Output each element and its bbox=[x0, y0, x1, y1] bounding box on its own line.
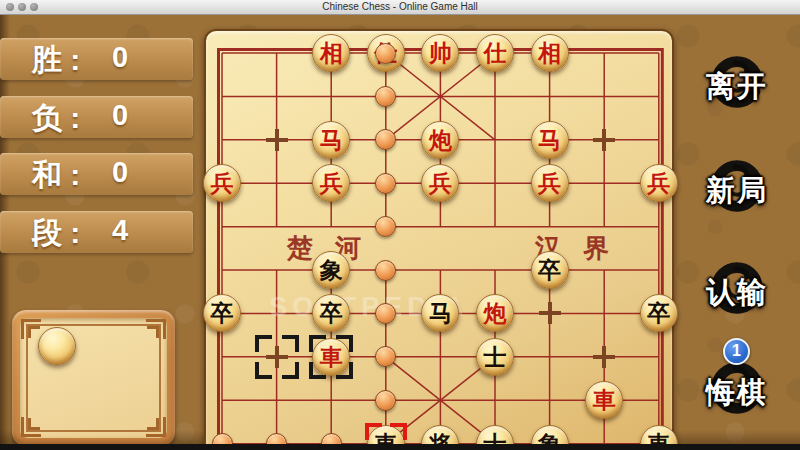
stat-label: 和 : bbox=[32, 155, 80, 196]
tray-corner-fret-icon bbox=[146, 417, 166, 437]
captured-piece-undefined bbox=[38, 327, 76, 365]
xiangqi-board: 楚河 汉界 SOFTPEDIA 相仕帅仕相马炮马兵兵兵兵兵象卒卒卒马炮卒車士車車… bbox=[204, 29, 674, 450]
last-move-marker bbox=[255, 335, 299, 379]
xiangqi-piece-red-相[interactable]: 相 bbox=[312, 34, 350, 72]
undo-count-badge: 1 bbox=[723, 338, 750, 365]
position-marker bbox=[591, 344, 617, 370]
leave-button[interactable]: 离开 bbox=[677, 42, 797, 122]
tray-corner-fret-icon bbox=[146, 319, 166, 339]
stat-row-负: 负 :0 bbox=[0, 96, 193, 138]
xiangqi-piece-red-兵[interactable]: 兵 bbox=[203, 164, 241, 202]
tray-corner-fret-icon bbox=[21, 417, 41, 437]
side-button-label: 认输 bbox=[677, 273, 797, 313]
window-titlebar: Chinese Chess - Online Game Hall bbox=[0, 0, 800, 15]
undo-button[interactable]: 悔棋1 bbox=[677, 348, 797, 428]
stat-row-和: 和 :0 bbox=[0, 153, 193, 195]
xiangqi-piece-black-士[interactable]: 士 bbox=[476, 338, 514, 376]
position-marker bbox=[537, 300, 563, 326]
stat-value: 4 bbox=[98, 214, 142, 247]
side-button-label: 离开 bbox=[677, 67, 797, 107]
stat-value: 0 bbox=[98, 99, 142, 132]
stat-label: 胜 : bbox=[32, 40, 80, 81]
move-hint-dot[interactable] bbox=[375, 173, 396, 194]
stat-row-段: 段 :4 bbox=[0, 211, 193, 253]
xiangqi-piece-red-马[interactable]: 马 bbox=[531, 121, 569, 159]
xiangqi-piece-red-马[interactable]: 马 bbox=[312, 121, 350, 159]
game-hall-background: 胜 :0负 :0和 :0段 :4 楚河 汉界 SOFTPEDIA 相仕帅仕相马炮… bbox=[0, 14, 800, 444]
side-button-label: 悔棋 bbox=[677, 373, 797, 413]
xiangqi-piece-red-仕[interactable]: 仕 bbox=[476, 34, 514, 72]
xiangqi-piece-red-兵[interactable]: 兵 bbox=[640, 164, 678, 202]
xiangqi-piece-black-卒[interactable]: 卒 bbox=[640, 294, 678, 332]
window-title: Chinese Chess - Online Game Hall bbox=[0, 1, 800, 12]
xiangqi-piece-red-炮[interactable]: 炮 bbox=[421, 121, 459, 159]
stat-value: 0 bbox=[98, 41, 142, 74]
bottom-edge-bar bbox=[0, 444, 800, 450]
tray-corner-fret-icon bbox=[21, 319, 41, 339]
new-game-button[interactable]: 新局 bbox=[677, 146, 797, 226]
xiangqi-piece-black-卒[interactable]: 卒 bbox=[531, 251, 569, 289]
stat-value: 0 bbox=[98, 156, 142, 189]
last-move-marker bbox=[309, 335, 353, 379]
stat-label: 负 : bbox=[32, 98, 80, 139]
move-hint-dot[interactable] bbox=[375, 260, 396, 281]
move-hint-dot[interactable] bbox=[375, 43, 396, 64]
captured-pieces-tray bbox=[12, 310, 175, 446]
move-hint-dot[interactable] bbox=[375, 390, 396, 411]
stat-label: 段 : bbox=[32, 213, 80, 254]
stat-row-胜: 胜 :0 bbox=[0, 38, 193, 80]
side-button-label: 新局 bbox=[677, 171, 797, 211]
resign-button[interactable]: 认输 bbox=[677, 248, 797, 328]
xiangqi-piece-red-相[interactable]: 相 bbox=[531, 34, 569, 72]
river-label-right: 汉界 bbox=[513, 231, 631, 266]
position-marker bbox=[264, 127, 290, 153]
xiangqi-piece-red-兵[interactable]: 兵 bbox=[531, 164, 569, 202]
position-marker bbox=[591, 127, 617, 153]
xiangqi-piece-black-象[interactable]: 象 bbox=[312, 251, 350, 289]
